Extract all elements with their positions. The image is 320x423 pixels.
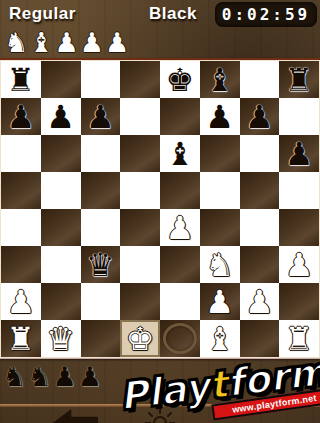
white-pawn[interactable]: ♟	[7, 286, 36, 318]
black-rook[interactable]: ♜	[285, 64, 314, 96]
square-a3[interactable]	[1, 246, 41, 283]
square-h8[interactable]: ♜	[279, 61, 319, 98]
white-pawn[interactable]: ♟	[285, 249, 314, 281]
square-h6[interactable]: ♟	[279, 135, 319, 172]
square-c4[interactable]	[81, 209, 121, 246]
square-f3[interactable]: ♞	[200, 246, 240, 283]
square-f8[interactable]: ♝	[200, 61, 240, 98]
white-king[interactable]: ♚	[126, 323, 155, 355]
square-g7[interactable]: ♟	[240, 98, 280, 135]
square-c5[interactable]	[81, 172, 121, 209]
square-d4[interactable]	[120, 209, 160, 246]
square-d8[interactable]	[120, 61, 160, 98]
hint-button[interactable]	[140, 407, 180, 423]
black-pawn[interactable]: ♟	[46, 101, 75, 133]
square-e1[interactable]	[160, 320, 200, 357]
square-g3[interactable]	[240, 246, 280, 283]
square-d6[interactable]	[120, 135, 160, 172]
square-e7[interactable]	[160, 98, 200, 135]
square-a2[interactable]: ♟	[1, 283, 41, 320]
captured-black-pawn: ♟	[52, 361, 76, 401]
square-d5[interactable]	[120, 172, 160, 209]
captured-white-pawn: ♟	[80, 27, 104, 58]
square-a7[interactable]: ♟	[1, 98, 41, 135]
square-b8[interactable]	[41, 61, 81, 98]
square-c8[interactable]	[81, 61, 121, 98]
square-c2[interactable]	[81, 283, 121, 320]
square-h2[interactable]	[279, 283, 319, 320]
captured-white-bishop: ♝	[29, 27, 53, 58]
square-g8[interactable]	[240, 61, 280, 98]
black-bishop[interactable]: ♝	[205, 64, 234, 96]
square-c7[interactable]: ♟	[81, 98, 121, 135]
captured-black-pawn: ♟	[78, 361, 102, 401]
square-f1[interactable]: ♝	[200, 320, 240, 357]
white-pawn[interactable]: ♟	[245, 286, 274, 318]
square-b7[interactable]: ♟	[41, 98, 81, 135]
captured-white-pawn: ♟	[105, 27, 129, 58]
square-g6[interactable]	[240, 135, 280, 172]
white-rook[interactable]: ♜	[285, 323, 314, 355]
white-pawn[interactable]: ♟	[166, 212, 195, 244]
square-d3[interactable]	[120, 246, 160, 283]
white-queen[interactable]: ♛	[46, 323, 75, 355]
captured-black-knight: ♞	[2, 361, 26, 401]
square-e4[interactable]: ♟	[160, 209, 200, 246]
square-h5[interactable]	[279, 172, 319, 209]
square-g2[interactable]: ♟	[240, 283, 280, 320]
captured-white-pawn: ♟	[54, 27, 78, 58]
square-e2[interactable]	[160, 283, 200, 320]
square-c6[interactable]	[81, 135, 121, 172]
chess-board[interactable]: ♜♚♝♜♟♟♟♟♟♝♟♟♛♞♟♟♟♟♜♛♚♝♜	[1, 61, 319, 357]
square-b1[interactable]: ♛	[41, 320, 81, 357]
square-e3[interactable]	[160, 246, 200, 283]
game-clock: 0:02:59	[215, 2, 317, 27]
black-queen[interactable]: ♛	[86, 249, 115, 281]
square-h4[interactable]	[279, 209, 319, 246]
undo-button[interactable]	[52, 409, 98, 423]
square-a5[interactable]	[1, 172, 41, 209]
square-c3[interactable]: ♛	[81, 246, 121, 283]
square-g4[interactable]	[240, 209, 280, 246]
bottom-toolbar	[0, 407, 320, 423]
square-h7[interactable]	[279, 98, 319, 135]
black-rook[interactable]: ♜	[7, 64, 36, 96]
square-e6[interactable]: ♝	[160, 135, 200, 172]
square-f6[interactable]	[200, 135, 240, 172]
square-b3[interactable]	[41, 246, 81, 283]
square-f4[interactable]	[200, 209, 240, 246]
square-f2[interactable]: ♟	[200, 283, 240, 320]
chess-app: Regular Black 0:02:59 ♞♝♟♟♟ ♜♚♝♜♟♟♟♟♟♝♟♟…	[0, 0, 320, 423]
square-h1[interactable]: ♜	[279, 320, 319, 357]
square-d7[interactable]	[120, 98, 160, 135]
watermark-text-t: t	[206, 362, 229, 408]
white-knight[interactable]: ♞	[205, 249, 234, 281]
square-b4[interactable]	[41, 209, 81, 246]
square-f5[interactable]	[200, 172, 240, 209]
captured-white-pieces-tray: ♞♝♟♟♟	[4, 27, 129, 58]
square-a1[interactable]: ♜	[1, 320, 41, 357]
square-d2[interactable]	[120, 283, 160, 320]
square-a4[interactable]	[1, 209, 41, 246]
captured-black-pieces-tray: ♞♞♟♟	[2, 361, 102, 401]
black-king[interactable]: ♚	[166, 64, 195, 96]
square-g1[interactable]	[240, 320, 280, 357]
white-pawn[interactable]: ♟	[205, 286, 234, 318]
lightbulb-icon	[140, 407, 180, 423]
square-b2[interactable]	[41, 283, 81, 320]
black-pawn[interactable]: ♟	[7, 101, 36, 133]
square-f7[interactable]: ♟	[200, 98, 240, 135]
square-e8[interactable]: ♚	[160, 61, 200, 98]
square-a6[interactable]	[1, 135, 41, 172]
black-bishop[interactable]: ♝	[166, 138, 195, 170]
square-c1[interactable]	[81, 320, 121, 357]
captured-white-knight: ♞	[4, 27, 28, 58]
black-pawn[interactable]: ♟	[285, 138, 314, 170]
white-rook[interactable]: ♜	[7, 323, 36, 355]
square-b5[interactable]	[41, 172, 81, 209]
chess-board-frame: ♜♚♝♜♟♟♟♟♟♝♟♟♛♞♟♟♟♟♜♛♚♝♜	[0, 58, 320, 359]
square-e5[interactable]	[160, 172, 200, 209]
turn-label: Black	[149, 4, 197, 24]
game-mode-label: Regular	[9, 4, 76, 24]
black-pawn[interactable]: ♟	[245, 101, 274, 133]
black-pawn[interactable]: ♟	[205, 101, 234, 133]
square-h3[interactable]: ♟	[279, 246, 319, 283]
move-origin-ring	[163, 323, 197, 354]
top-bar: Regular Black 0:02:59	[0, 0, 320, 29]
square-g5[interactable]	[240, 172, 280, 209]
square-a8[interactable]: ♜	[1, 61, 41, 98]
white-bishop[interactable]: ♝	[205, 323, 234, 355]
square-b6[interactable]	[41, 135, 81, 172]
square-d1[interactable]: ♚	[120, 320, 160, 357]
captured-black-knight: ♞	[27, 361, 51, 401]
black-pawn[interactable]: ♟	[86, 101, 115, 133]
